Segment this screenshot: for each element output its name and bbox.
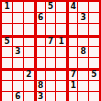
- sudoku-cell-r4c7[interactable]: [67, 36, 77, 46]
- sudoku-cell-r8c4[interactable]: 8: [35, 81, 45, 91]
- sudoku-cell-r4c4[interactable]: [35, 36, 45, 46]
- sudoku-cell-r8c3[interactable]: [24, 81, 34, 91]
- sudoku-cell-r2c6[interactable]: [56, 13, 66, 23]
- sudoku-cell-r1c9[interactable]: [89, 2, 99, 12]
- sudoku-cell-r3c3[interactable]: [24, 24, 34, 34]
- sudoku-cell-r8c2[interactable]: [13, 81, 23, 91]
- sudoku-cell-r6c2[interactable]: [13, 58, 23, 68]
- sudoku-cell-r4c3[interactable]: [24, 36, 34, 46]
- sudoku-cell-r6c9[interactable]: [89, 58, 99, 68]
- sudoku-cell-r2c4[interactable]: 6: [35, 13, 45, 23]
- sudoku-cell-r9c3[interactable]: [24, 92, 34, 101]
- sudoku-cell-r2c2[interactable]: [13, 13, 23, 23]
- sudoku-cell-r5c7[interactable]: [67, 47, 77, 57]
- sudoku-cell-r3c7[interactable]: [67, 24, 77, 34]
- sudoku-cell-r3c1[interactable]: [2, 24, 12, 34]
- sudoku-cell-r7c9[interactable]: 5: [89, 69, 99, 79]
- sudoku-cell-r6c4[interactable]: [35, 58, 45, 68]
- sudoku-cell-r9c8[interactable]: [78, 92, 88, 101]
- sudoku-cell-r4c8[interactable]: [78, 36, 88, 46]
- sudoku-cell-r4c2[interactable]: [13, 36, 23, 46]
- sudoku-cell-r8c9[interactable]: [89, 81, 99, 91]
- sudoku-cell-r5c4[interactable]: [35, 47, 45, 57]
- sudoku-board: 15463571382758163: [0, 0, 101, 101]
- sudoku-cell-r1c4[interactable]: [35, 2, 45, 12]
- sudoku-cell-r1c7[interactable]: 4: [67, 2, 77, 12]
- sudoku-cell-r3c4[interactable]: [35, 24, 45, 34]
- sudoku-cell-r6c6[interactable]: [56, 58, 66, 68]
- sudoku-cell-r7c7[interactable]: 7: [67, 69, 77, 79]
- sudoku-cell-r5c8[interactable]: 8: [78, 47, 88, 57]
- sudoku-cell-r9c7[interactable]: [67, 92, 77, 101]
- sudoku-cell-r8c7[interactable]: 1: [67, 81, 77, 91]
- sudoku-cell-r4c1[interactable]: 5: [2, 36, 12, 46]
- sudoku-cell-r3c5[interactable]: [46, 24, 56, 34]
- sudoku-cell-r6c8[interactable]: [78, 58, 88, 68]
- sudoku-cell-r5c3[interactable]: [24, 47, 34, 57]
- sudoku-cell-r7c4[interactable]: [35, 69, 45, 79]
- sudoku-cell-r8c6[interactable]: [56, 81, 66, 91]
- sudoku-cell-r5c2[interactable]: 3: [13, 47, 23, 57]
- sudoku-cell-r8c5[interactable]: [46, 81, 56, 91]
- sudoku-cell-r7c5[interactable]: [46, 69, 56, 79]
- sudoku-cell-r6c1[interactable]: [2, 58, 12, 68]
- sudoku-cell-r3c9[interactable]: [89, 24, 99, 34]
- sudoku-screenshot: 15463571382758163: [0, 0, 101, 101]
- sudoku-cell-r2c5[interactable]: [46, 13, 56, 23]
- sudoku-cell-r1c2[interactable]: [13, 2, 23, 12]
- sudoku-cell-r2c8[interactable]: 3: [78, 13, 88, 23]
- sudoku-cell-r6c7[interactable]: [67, 58, 77, 68]
- sudoku-cell-r7c6[interactable]: [56, 69, 66, 79]
- sudoku-cell-r2c7[interactable]: [67, 13, 77, 23]
- sudoku-cell-r4c9[interactable]: [89, 36, 99, 46]
- sudoku-cell-r2c3[interactable]: [24, 13, 34, 23]
- sudoku-cell-r8c8[interactable]: [78, 81, 88, 91]
- sudoku-cell-r3c8[interactable]: [78, 24, 88, 34]
- sudoku-cell-r6c5[interactable]: [46, 58, 56, 68]
- sudoku-cell-r4c5[interactable]: 7: [46, 36, 56, 46]
- sudoku-cell-r5c1[interactable]: [2, 47, 12, 57]
- sudoku-cell-r1c6[interactable]: [56, 2, 66, 12]
- sudoku-cell-r6c3[interactable]: [24, 58, 34, 68]
- sudoku-cell-r4c6[interactable]: 1: [56, 36, 66, 46]
- sudoku-cell-r3c2[interactable]: [13, 24, 23, 34]
- sudoku-cell-r1c1[interactable]: 1: [2, 2, 12, 12]
- sudoku-cell-r1c3[interactable]: [24, 2, 34, 12]
- sudoku-cell-r2c9[interactable]: [89, 13, 99, 23]
- sudoku-cell-r9c4[interactable]: 3: [35, 92, 45, 101]
- sudoku-cell-r1c8[interactable]: [78, 2, 88, 12]
- sudoku-cell-r9c2[interactable]: 6: [13, 92, 23, 101]
- sudoku-cell-r9c1[interactable]: [2, 92, 12, 101]
- sudoku-cell-r9c6[interactable]: [56, 92, 66, 101]
- sudoku-cell-r7c8[interactable]: [78, 69, 88, 79]
- sudoku-cell-r2c1[interactable]: [2, 13, 12, 23]
- sudoku-cell-r1c5[interactable]: 5: [46, 2, 56, 12]
- sudoku-cell-r9c5[interactable]: [46, 92, 56, 101]
- sudoku-cell-r9c9[interactable]: [89, 92, 99, 101]
- sudoku-cell-r7c2[interactable]: [13, 69, 23, 79]
- sudoku-cell-r7c1[interactable]: [2, 69, 12, 79]
- sudoku-cell-r7c3[interactable]: 2: [24, 69, 34, 79]
- sudoku-cell-r5c9[interactable]: [89, 47, 99, 57]
- sudoku-cell-r5c5[interactable]: [46, 47, 56, 57]
- sudoku-cell-r5c6[interactable]: [56, 47, 66, 57]
- sudoku-cell-r8c1[interactable]: [2, 81, 12, 91]
- sudoku-cell-r3c6[interactable]: [56, 24, 66, 34]
